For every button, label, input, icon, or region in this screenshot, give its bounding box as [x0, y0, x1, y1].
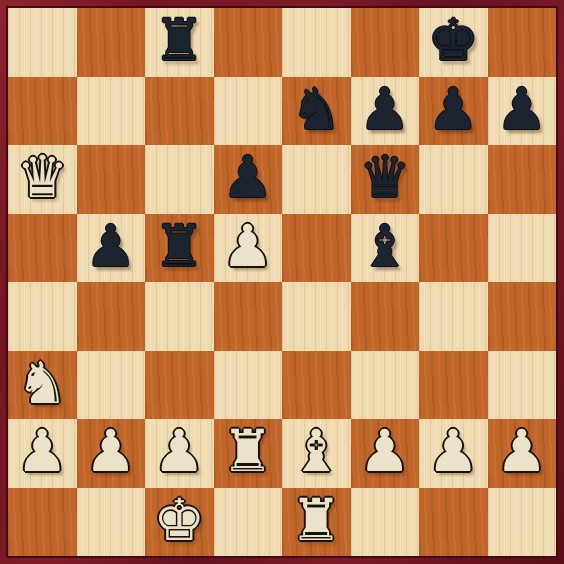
square-g1[interactable]: [419, 488, 488, 557]
square-d6[interactable]: ♟: [214, 145, 283, 214]
square-f2[interactable]: ♟: [351, 419, 420, 488]
square-g5[interactable]: [419, 214, 488, 283]
black-pawn-f7: ♟: [359, 77, 411, 143]
square-h8[interactable]: [488, 8, 557, 77]
white-pawn-g2: ♟: [427, 419, 479, 485]
white-pawn-c2: ♟: [153, 419, 205, 485]
square-a1[interactable]: [8, 488, 77, 557]
white-queen-a6: ♛: [16, 145, 68, 211]
square-b7[interactable]: [77, 77, 146, 146]
square-f4[interactable]: [351, 282, 420, 351]
square-b2[interactable]: ♟: [77, 419, 146, 488]
square-c7[interactable]: [145, 77, 214, 146]
square-c8[interactable]: ♜: [145, 8, 214, 77]
square-g2[interactable]: ♟: [419, 419, 488, 488]
square-a2[interactable]: ♟: [8, 419, 77, 488]
square-d7[interactable]: [214, 77, 283, 146]
square-h2[interactable]: ♟: [488, 419, 557, 488]
square-b4[interactable]: [77, 282, 146, 351]
square-f8[interactable]: [351, 8, 420, 77]
square-e6[interactable]: [282, 145, 351, 214]
white-pawn-f2: ♟: [359, 419, 411, 485]
white-bishop-e2: ♝: [290, 419, 342, 485]
square-c2[interactable]: ♟: [145, 419, 214, 488]
square-d1[interactable]: [214, 488, 283, 557]
square-h6[interactable]: [488, 145, 557, 214]
square-f7[interactable]: ♟: [351, 77, 420, 146]
square-d3[interactable]: [214, 351, 283, 420]
black-pawn-g7: ♟: [427, 77, 479, 143]
square-c5[interactable]: ♜: [145, 214, 214, 283]
square-a7[interactable]: [8, 77, 77, 146]
white-rook-d2: ♜: [222, 419, 274, 485]
square-c1[interactable]: ♚: [145, 488, 214, 557]
chess-board-frame: ♜♚♞♟♟♟♛♟♛♟♜♟♝♞♟♟♟♜♝♟♟♟♚♜: [0, 0, 564, 564]
square-b6[interactable]: [77, 145, 146, 214]
white-king-c1: ♚: [153, 488, 205, 554]
square-f1[interactable]: [351, 488, 420, 557]
square-c4[interactable]: [145, 282, 214, 351]
square-d8[interactable]: [214, 8, 283, 77]
square-f6[interactable]: ♛: [351, 145, 420, 214]
square-b1[interactable]: [77, 488, 146, 557]
white-knight-a3: ♞: [16, 351, 68, 417]
square-h3[interactable]: [488, 351, 557, 420]
square-b8[interactable]: [77, 8, 146, 77]
black-pawn-b5: ♟: [85, 214, 137, 280]
square-g4[interactable]: [419, 282, 488, 351]
square-f3[interactable]: [351, 351, 420, 420]
square-e1[interactable]: ♜: [282, 488, 351, 557]
black-knight-e7: ♞: [290, 77, 342, 143]
square-g8[interactable]: ♚: [419, 8, 488, 77]
square-a3[interactable]: ♞: [8, 351, 77, 420]
black-king-g8: ♚: [427, 8, 479, 74]
square-e2[interactable]: ♝: [282, 419, 351, 488]
square-a6[interactable]: ♛: [8, 145, 77, 214]
square-g3[interactable]: [419, 351, 488, 420]
square-g6[interactable]: [419, 145, 488, 214]
square-h4[interactable]: [488, 282, 557, 351]
square-b5[interactable]: ♟: [77, 214, 146, 283]
black-rook-c5: ♜: [153, 214, 205, 280]
black-bishop-f5: ♝: [359, 214, 411, 280]
chess-board: ♜♚♞♟♟♟♛♟♛♟♜♟♝♞♟♟♟♜♝♟♟♟♚♜: [8, 8, 556, 556]
white-pawn-a2: ♟: [16, 419, 68, 485]
square-d2[interactable]: ♜: [214, 419, 283, 488]
square-g7[interactable]: ♟: [419, 77, 488, 146]
black-queen-f6: ♛: [359, 145, 411, 211]
square-a8[interactable]: [8, 8, 77, 77]
square-e7[interactable]: ♞: [282, 77, 351, 146]
black-rook-c8: ♜: [153, 8, 205, 74]
square-d4[interactable]: [214, 282, 283, 351]
square-e8[interactable]: [282, 8, 351, 77]
white-pawn-b2: ♟: [85, 419, 137, 485]
white-pawn-d5: ♟: [222, 214, 274, 280]
square-d5[interactable]: ♟: [214, 214, 283, 283]
square-e4[interactable]: [282, 282, 351, 351]
square-h1[interactable]: [488, 488, 557, 557]
square-e3[interactable]: [282, 351, 351, 420]
square-b3[interactable]: [77, 351, 146, 420]
square-c6[interactable]: [145, 145, 214, 214]
black-pawn-d6: ♟: [222, 145, 274, 211]
square-h7[interactable]: ♟: [488, 77, 557, 146]
square-e5[interactable]: [282, 214, 351, 283]
square-c3[interactable]: [145, 351, 214, 420]
square-h5[interactable]: [488, 214, 557, 283]
white-rook-e1: ♜: [290, 488, 342, 554]
black-pawn-h7: ♟: [496, 77, 548, 143]
square-f5[interactable]: ♝: [351, 214, 420, 283]
square-a4[interactable]: [8, 282, 77, 351]
square-a5[interactable]: [8, 214, 77, 283]
white-pawn-h2: ♟: [496, 419, 548, 485]
